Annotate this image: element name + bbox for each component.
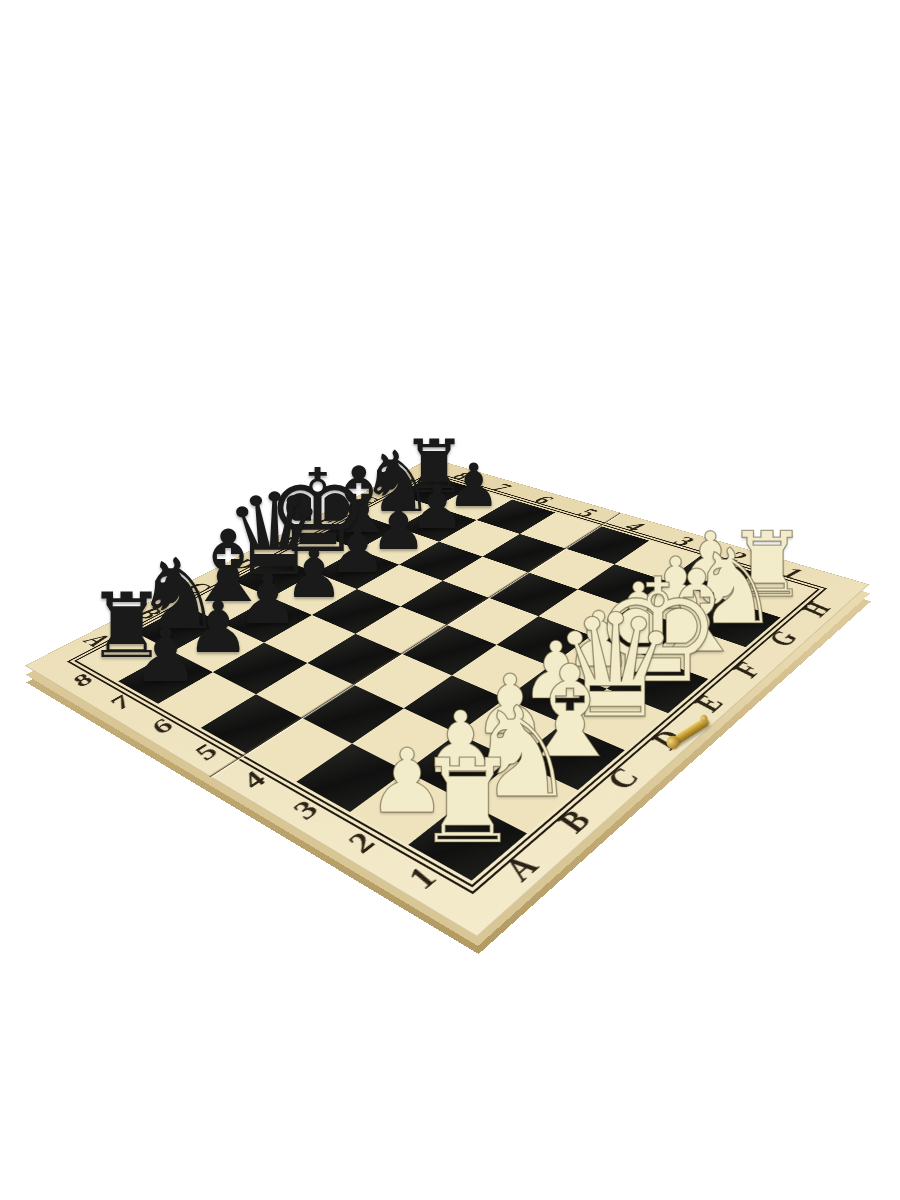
black-pawn[interactable]: ♟	[132, 619, 198, 693]
photo-backdrop: 88HH77GG66FF55EE44DD33CC22BB11AA ♜♞♝♛♚♝♞…	[0, 0, 900, 1200]
white-rook[interactable]: ♜	[415, 745, 519, 861]
pieces-layer: ♜♞♝♛♚♝♞♜♟♟♟♟♟♟♟♟♟♟♟♟♟♟♟♟♜♞♝♛♚♝♞♜	[0, 0, 900, 1200]
